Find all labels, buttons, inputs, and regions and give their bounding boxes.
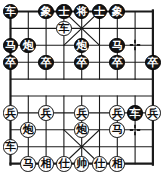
piece-black-soldier[interactable]: 卒 bbox=[74, 55, 90, 71]
piece-red-general[interactable]: 帅 bbox=[74, 156, 90, 172]
xiangqi-diagram: 车象士将士象车马炮炮马卒卒卒卒卒兵兵兵兵车兵炮炮马车马相仕帅仕相 bbox=[0, 0, 165, 182]
piece-black-soldier[interactable]: 卒 bbox=[3, 55, 19, 71]
piece-red-cannon[interactable]: 炮 bbox=[20, 122, 36, 138]
piece-red-elephant[interactable]: 相 bbox=[109, 156, 125, 172]
piece-black-advisor[interactable]: 士 bbox=[92, 4, 108, 20]
piece-black-horse[interactable]: 马 bbox=[3, 38, 19, 54]
piece-black-soldier[interactable]: 卒 bbox=[145, 55, 161, 71]
piece-red-horse[interactable]: 马 bbox=[20, 156, 36, 172]
piece-red-chariot[interactable]: 车 bbox=[3, 139, 19, 155]
piece-black-horse[interactable]: 马 bbox=[109, 38, 125, 54]
piece-red-soldier[interactable]: 兵 bbox=[38, 105, 54, 121]
piece-red-advisor[interactable]: 仕 bbox=[56, 156, 72, 172]
piece-red-soldier[interactable]: 兵 bbox=[3, 105, 19, 121]
piece-black-advisor[interactable]: 士 bbox=[56, 4, 72, 20]
move-origin-marker bbox=[129, 124, 141, 136]
move-origin-marker bbox=[129, 39, 141, 51]
piece-black-elephant[interactable]: 象 bbox=[38, 4, 54, 20]
piece-black-elephant[interactable]: 象 bbox=[109, 4, 125, 20]
piece-black-cannon[interactable]: 炮 bbox=[20, 38, 36, 54]
piece-black-chariot[interactable]: 车 bbox=[127, 105, 143, 121]
piece-black-chariot[interactable]: 车 bbox=[3, 4, 19, 20]
piece-red-cannon[interactable]: 炮 bbox=[74, 122, 90, 138]
piece-red-advisor[interactable]: 仕 bbox=[92, 156, 108, 172]
piece-red-soldier[interactable]: 兵 bbox=[74, 105, 90, 121]
piece-red-chariot[interactable]: 车 bbox=[56, 21, 72, 37]
piece-black-general[interactable]: 将 bbox=[74, 4, 90, 20]
piece-red-elephant[interactable]: 相 bbox=[38, 156, 54, 172]
piece-black-soldier[interactable]: 卒 bbox=[109, 55, 125, 71]
piece-black-cannon[interactable]: 炮 bbox=[74, 38, 90, 54]
piece-red-soldier[interactable]: 兵 bbox=[145, 105, 161, 121]
board-grid: 车象士将士象车马炮炮马卒卒卒卒卒兵兵兵兵车兵炮炮马车马相仕帅仕相 bbox=[2, 3, 162, 172]
piece-red-horse[interactable]: 马 bbox=[109, 122, 125, 138]
piece-red-soldier[interactable]: 兵 bbox=[109, 105, 125, 121]
piece-black-soldier[interactable]: 卒 bbox=[38, 55, 54, 71]
